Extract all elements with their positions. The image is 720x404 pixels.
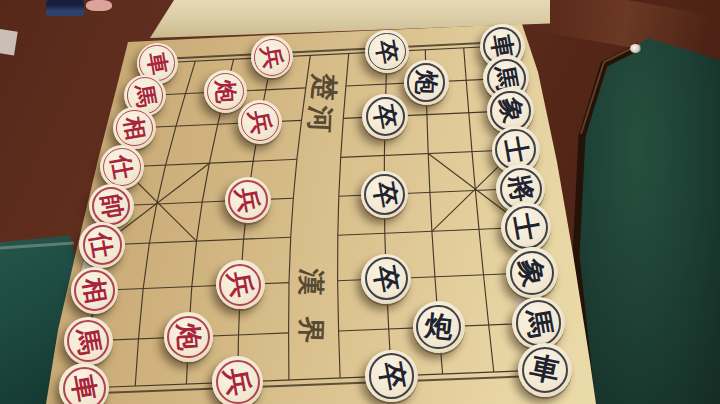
piece-black-soldier[interactable]: 卒 — [365, 350, 418, 403]
piece-red-elephant[interactable]: 相 — [71, 267, 118, 314]
piece-black-soldier[interactable]: 卒 — [362, 94, 407, 139]
piece-character: 炮 — [162, 310, 215, 363]
piece-character: 卒 — [361, 345, 422, 404]
piece-black-cannon[interactable]: 炮 — [404, 60, 449, 105]
piece-character: 兵 — [221, 173, 275, 227]
green-chair-right — [570, 38, 720, 404]
piece-black-soldier[interactable]: 卒 — [361, 254, 411, 304]
piece-red-chariot[interactable]: 車 — [59, 363, 109, 404]
piece-character: 卒 — [357, 167, 412, 222]
piece-red-soldier[interactable]: 兵 — [216, 260, 265, 309]
piece-red-horse[interactable]: 馬 — [64, 317, 113, 366]
pink-object — [86, 0, 112, 11]
blue-box-object — [46, 0, 84, 16]
piece-red-soldier[interactable]: 兵 — [251, 36, 293, 78]
piece-red-cannon[interactable]: 炮 — [164, 312, 214, 362]
photo-scene: 楚河漢界 車兵卒車馬炮炮馬相兵卒象仕士帥兵卒將仕士相兵卒象馬炮炮馬車兵卒車 — [0, 0, 720, 404]
piece-red-soldier[interactable]: 兵 — [212, 356, 263, 404]
piece-character: 車 — [513, 338, 577, 402]
paper-scrap — [0, 29, 18, 56]
piece-character: 相 — [67, 263, 122, 318]
piece-character: 兵 — [247, 33, 296, 82]
piece-character: 炮 — [410, 299, 467, 356]
river-character: 楚 — [305, 73, 342, 101]
piece-black-chariot[interactable]: 車 — [518, 343, 572, 397]
piece-black-soldier[interactable]: 卒 — [365, 30, 409, 74]
piece-character: 仕 — [76, 218, 129, 271]
piece-character: 卒 — [357, 250, 415, 308]
piece-character: 兵 — [212, 256, 268, 312]
piece-character: 兵 — [208, 352, 267, 404]
chair-frame-glint — [630, 44, 641, 53]
piece-red-advisor[interactable]: 仕 — [79, 222, 125, 268]
piece-black-cannon[interactable]: 炮 — [413, 301, 465, 353]
river-character: 界 — [293, 315, 330, 343]
piece-character: 馬 — [60, 313, 116, 369]
piece-character: 車 — [55, 359, 113, 404]
piece-character: 炮 — [403, 59, 450, 106]
piece-character: 卒 — [359, 90, 412, 143]
piece-black-soldier[interactable]: 卒 — [361, 171, 409, 219]
river-character: 漢 — [292, 268, 329, 296]
piece-black-elephant[interactable]: 象 — [506, 247, 557, 298]
piece-character: 兵 — [234, 97, 285, 148]
piece-red-soldier[interactable]: 兵 — [238, 100, 282, 144]
river-character: 河 — [302, 105, 339, 133]
piece-red-soldier[interactable]: 兵 — [225, 177, 271, 223]
